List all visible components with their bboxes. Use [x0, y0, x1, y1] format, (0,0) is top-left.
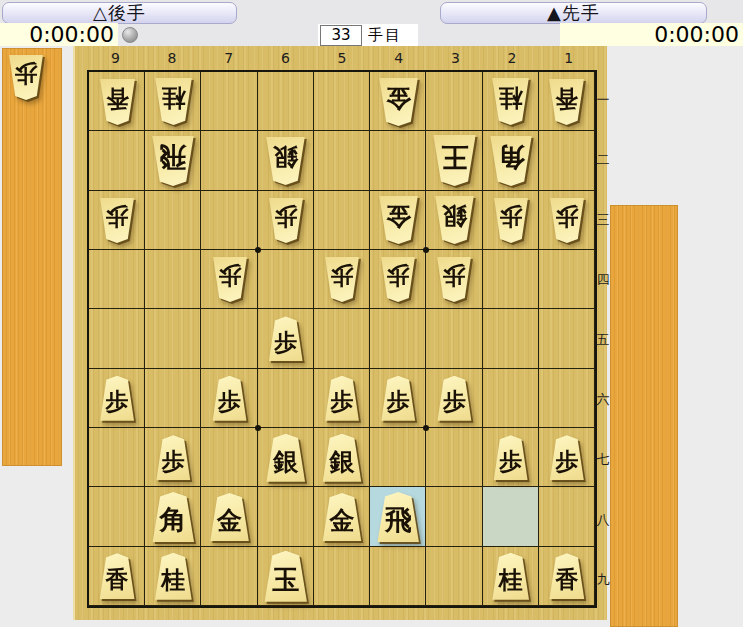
star-point [255, 425, 261, 431]
file-label-2: 2 [484, 46, 541, 70]
sente-player-banner: ▲先手 [440, 2, 707, 24]
square-57[interactable]: 銀 [314, 428, 370, 487]
sente-piece-p[interactable]: 歩 [155, 435, 191, 480]
file-label-8: 8 [144, 46, 201, 70]
square-75[interactable] [201, 309, 257, 368]
square-31[interactable] [426, 72, 482, 131]
square-27[interactable]: 歩 [483, 428, 539, 487]
sente-piece-p[interactable]: 歩 [324, 376, 360, 421]
file-label-1: 1 [540, 46, 597, 70]
piece-kanji: 王 [432, 135, 477, 186]
rank-label-8: 八 [596, 490, 610, 550]
piece-kanji: 玉 [263, 551, 308, 602]
sente-piece-p[interactable]: 歩 [436, 376, 472, 421]
sente-piece-l[interactable]: 香 [548, 553, 585, 599]
rank-label-5: 五 [596, 310, 610, 370]
square-23[interactable]: 歩 [483, 191, 539, 250]
square-69[interactable]: 玉 [258, 547, 314, 606]
rank-label-6: 六 [596, 370, 610, 430]
square-18[interactable] [539, 487, 595, 546]
square-12[interactable] [539, 131, 595, 190]
square-15[interactable] [539, 309, 595, 368]
piece-kanji: 香 [99, 553, 136, 599]
sente-piece-s[interactable]: 銀 [265, 434, 306, 482]
sente-clock: 0:00:00 [560, 23, 743, 46]
square-39[interactable] [426, 547, 482, 606]
piece-kanji: 飛 [151, 136, 195, 186]
square-53[interactable] [314, 191, 370, 250]
square-65[interactable]: 歩 [258, 309, 314, 368]
shogi-app: △後手 ▲先手 0:00:00 33 手目 0:00:00 歩 98765432… [0, 0, 743, 627]
square-81[interactable]: 桂 [145, 72, 201, 131]
square-98[interactable] [89, 487, 145, 546]
piece-kanji: 歩 [549, 198, 585, 243]
square-71[interactable] [201, 72, 257, 131]
square-28[interactable] [483, 487, 539, 546]
sente-piece-n[interactable]: 桂 [491, 553, 530, 600]
square-93[interactable]: 歩 [89, 191, 145, 250]
sente-captured-stand [610, 205, 678, 627]
square-79[interactable] [201, 547, 257, 606]
square-35[interactable] [426, 309, 482, 368]
rank-labels: 一二三四五六七八九 [596, 70, 610, 610]
sente-piece-n[interactable]: 桂 [154, 553, 193, 600]
gote-player-banner: △後手 [2, 2, 237, 24]
file-label-3: 3 [427, 46, 484, 70]
piece-kanji: 歩 [268, 316, 304, 361]
shogi-board: 987654321 香桂金桂香飛銀王角歩歩金銀歩歩歩歩歩歩歩歩歩歩歩歩歩銀銀歩歩… [73, 46, 607, 620]
piece-kanji: 角 [489, 136, 533, 186]
square-96[interactable]: 歩 [89, 369, 145, 428]
piece-kanji: 歩 [99, 376, 135, 421]
gote-clock: 0:00:00 [0, 23, 118, 46]
square-14[interactable] [539, 250, 595, 309]
piece-kanji: 桂 [491, 78, 530, 125]
file-label-5: 5 [314, 46, 371, 70]
piece-kanji: 銀 [434, 196, 475, 244]
square-48[interactable]: 飛 [370, 487, 426, 546]
square-83[interactable] [145, 191, 201, 250]
sente-piece-p[interactable]: 歩 [493, 435, 529, 480]
square-82[interactable]: 飛 [145, 131, 201, 190]
gote-captured-stand: 歩 [2, 48, 62, 466]
star-point [423, 425, 429, 431]
piece-kanji: 歩 [380, 376, 416, 421]
piece-kanji: 歩 [549, 435, 585, 480]
gote-piece-p[interactable]: 歩 [212, 257, 248, 302]
piece-kanji: 角 [151, 492, 195, 542]
move-number-input[interactable]: 33 [320, 25, 362, 46]
square-38[interactable] [426, 487, 482, 546]
square-19[interactable]: 香 [539, 547, 595, 606]
gote-piece-g[interactable]: 金 [378, 196, 419, 244]
sente-piece-p[interactable]: 歩 [212, 376, 248, 421]
piece-kanji: 歩 [324, 376, 360, 421]
piece-kanji: 歩 [493, 198, 529, 243]
square-25[interactable] [483, 309, 539, 368]
gote-piece-l[interactable]: 香 [99, 79, 136, 125]
square-74[interactable]: 歩 [201, 250, 257, 309]
rank-label-7: 七 [596, 430, 610, 490]
piece-kanji: 歩 [8, 55, 44, 100]
square-73[interactable] [201, 191, 257, 250]
gote-piece-r[interactable]: 飛 [151, 136, 195, 186]
piece-kanji: 歩 [324, 257, 360, 302]
gote-piece-l[interactable]: 香 [548, 79, 585, 125]
square-46[interactable]: 歩 [370, 369, 426, 428]
square-51[interactable] [314, 72, 370, 131]
piece-kanji: 歩 [99, 198, 135, 243]
square-77[interactable] [201, 428, 257, 487]
gote-piece-p[interactable]: 歩 [268, 198, 304, 243]
square-91[interactable]: 香 [89, 72, 145, 131]
gote-piece-p[interactable]: 歩 [380, 257, 416, 302]
square-37[interactable] [426, 428, 482, 487]
square-55[interactable] [314, 309, 370, 368]
square-59[interactable] [314, 547, 370, 606]
gote-piece-p[interactable]: 歩 [99, 198, 135, 243]
star-point [255, 247, 261, 253]
piece-kanji: 香 [548, 553, 585, 599]
piece-kanji: 歩 [436, 257, 472, 302]
piece-kanji: 香 [548, 79, 585, 125]
square-63[interactable]: 歩 [258, 191, 314, 250]
square-66[interactable] [258, 369, 314, 428]
square-67[interactable]: 銀 [258, 428, 314, 487]
sente-piece-p[interactable]: 歩 [380, 376, 416, 421]
piece-kanji: 金 [378, 196, 419, 244]
square-32[interactable]: 王 [426, 131, 482, 190]
board-grid: 香桂金桂香飛銀王角歩歩金銀歩歩歩歩歩歩歩歩歩歩歩歩歩銀銀歩歩角金金飛香桂玉桂香 [87, 70, 597, 608]
square-21[interactable]: 桂 [483, 72, 539, 131]
square-58[interactable]: 金 [314, 487, 370, 546]
rank-label-1: 一 [596, 70, 610, 130]
square-11[interactable]: 香 [539, 72, 595, 131]
square-61[interactable] [258, 72, 314, 131]
piece-kanji: 歩 [268, 198, 304, 243]
sente-piece-p[interactable]: 歩 [268, 316, 304, 361]
sente-piece-p[interactable]: 歩 [99, 376, 135, 421]
square-16[interactable] [539, 369, 595, 428]
square-44[interactable]: 歩 [370, 250, 426, 309]
rank-label-3: 三 [596, 190, 610, 250]
square-47[interactable] [370, 428, 426, 487]
sente-piece-l[interactable]: 香 [99, 553, 136, 599]
square-29[interactable]: 桂 [483, 547, 539, 606]
square-86[interactable] [145, 369, 201, 428]
piece-kanji: 歩 [155, 435, 191, 480]
piece-kanji: 銀 [265, 434, 306, 482]
square-76[interactable]: 歩 [201, 369, 257, 428]
square-33[interactable]: 銀 [426, 191, 482, 250]
piece-kanji: 金 [378, 78, 419, 126]
file-label-9: 9 [87, 46, 144, 70]
piece-kanji: 歩 [212, 257, 248, 302]
piece-kanji: 歩 [436, 376, 472, 421]
square-42[interactable] [370, 131, 426, 190]
piece-kanji: 銀 [321, 434, 362, 482]
square-26[interactable] [483, 369, 539, 428]
star-point [423, 247, 429, 253]
square-84[interactable] [145, 250, 201, 309]
square-85[interactable] [145, 309, 201, 368]
gote-piece-s[interactable]: 銀 [434, 196, 475, 244]
piece-kanji: 桂 [154, 553, 193, 600]
piece-kanji: 桂 [154, 78, 193, 125]
rank-label-4: 四 [596, 250, 610, 310]
piece-kanji: 歩 [212, 376, 248, 421]
sente-piece-r[interactable]: 飛 [376, 492, 420, 542]
square-97[interactable] [89, 428, 145, 487]
top-bar: △後手 ▲先手 0:00:00 33 手目 0:00:00 [0, 0, 743, 46]
rank-label-2: 二 [596, 130, 610, 190]
square-99[interactable]: 香 [89, 547, 145, 606]
piece-kanji: 歩 [380, 257, 416, 302]
piece-kanji: 香 [99, 79, 136, 125]
gote-piece-p[interactable]: 歩 [8, 55, 44, 100]
turn-indicator-ball [122, 27, 138, 43]
gote-piece-p[interactable]: 歩 [436, 257, 472, 302]
square-36[interactable]: 歩 [426, 369, 482, 428]
move-counter-label: 手目 [368, 26, 402, 45]
gote-piece-p[interactable]: 歩 [324, 257, 360, 302]
square-24[interactable] [483, 250, 539, 309]
sente-player-label: ▲先手 [547, 1, 600, 25]
square-34[interactable]: 歩 [426, 250, 482, 309]
square-92[interactable] [89, 131, 145, 190]
file-labels: 987654321 [87, 46, 597, 70]
gote-piece-n[interactable]: 桂 [154, 78, 193, 125]
sente-piece-p[interactable]: 歩 [549, 435, 585, 480]
file-label-7: 7 [200, 46, 257, 70]
square-72[interactable] [201, 131, 257, 190]
file-label-4: 4 [370, 46, 427, 70]
square-13[interactable]: 歩 [539, 191, 595, 250]
square-45[interactable] [370, 309, 426, 368]
square-54[interactable]: 歩 [314, 250, 370, 309]
square-62[interactable]: 銀 [258, 131, 314, 190]
piece-kanji: 飛 [376, 492, 420, 542]
piece-kanji: 金 [321, 493, 362, 541]
gote-piece-k[interactable]: 王 [432, 135, 477, 186]
square-56[interactable]: 歩 [314, 369, 370, 428]
gote-piece-s[interactable]: 銀 [265, 137, 306, 185]
rank-label-9: 九 [596, 550, 610, 610]
square-88[interactable]: 角 [145, 487, 201, 546]
square-89[interactable]: 桂 [145, 547, 201, 606]
piece-kanji: 歩 [493, 435, 529, 480]
gote-piece-p[interactable]: 歩 [493, 198, 529, 243]
square-94[interactable] [89, 250, 145, 309]
square-52[interactable] [314, 131, 370, 190]
file-label-6: 6 [257, 46, 314, 70]
square-22[interactable]: 角 [483, 131, 539, 190]
square-87[interactable]: 歩 [145, 428, 201, 487]
gote-piece-g[interactable]: 金 [378, 78, 419, 126]
sente-piece-k[interactable]: 玉 [263, 551, 308, 602]
piece-kanji: 桂 [491, 553, 530, 600]
sente-piece-s[interactable]: 銀 [321, 434, 362, 482]
gote-piece-n[interactable]: 桂 [491, 78, 530, 125]
piece-kanji: 銀 [265, 137, 306, 185]
gote-piece-b[interactable]: 角 [489, 136, 533, 186]
piece-kanji: 金 [209, 493, 250, 541]
square-78[interactable]: 金 [201, 487, 257, 546]
sente-piece-b[interactable]: 角 [151, 492, 195, 542]
move-counter: 33 手目 [318, 24, 418, 46]
square-68[interactable] [258, 487, 314, 546]
square-49[interactable] [370, 547, 426, 606]
sente-piece-g[interactable]: 金 [321, 493, 362, 541]
square-43[interactable]: 金 [370, 191, 426, 250]
sente-piece-g[interactable]: 金 [209, 493, 250, 541]
square-17[interactable]: 歩 [539, 428, 595, 487]
square-95[interactable] [89, 309, 145, 368]
gote-piece-p[interactable]: 歩 [549, 198, 585, 243]
square-64[interactable] [258, 250, 314, 309]
square-41[interactable]: 金 [370, 72, 426, 131]
